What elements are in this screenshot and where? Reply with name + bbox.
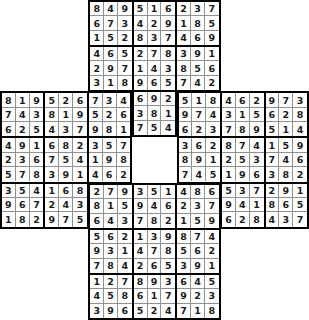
sudoku-cell: 6 xyxy=(191,244,205,258)
sudoku-cell: 3 xyxy=(279,212,293,226)
sudoku-box: 159746382 xyxy=(265,137,308,182)
sudoku-cell: 5 xyxy=(104,31,118,45)
sudoku-cell: 2 xyxy=(177,199,191,213)
sudoku-cell: 4 xyxy=(117,93,131,107)
sudoku-box: 849673152 xyxy=(89,1,132,46)
sudoku-cell: 6 xyxy=(293,153,307,167)
sudoku-cell: 7 xyxy=(90,259,104,273)
sudoku-cell: 4 xyxy=(148,61,162,75)
sudoku-cell: 3 xyxy=(134,185,148,199)
sudoku-cell: 9 xyxy=(134,76,148,90)
sudoku-cell: 1 xyxy=(134,61,148,75)
sudoku-cell: 8 xyxy=(206,93,220,107)
sudoku-cell: 8 xyxy=(90,2,104,16)
sudoku-cell: 9 xyxy=(192,153,206,167)
sudoku-cell: 2 xyxy=(134,47,148,61)
sudoku-box: 486237159 xyxy=(176,184,219,229)
sudoku-cell: 7 xyxy=(118,61,132,75)
sudoku-cell: 4 xyxy=(177,31,191,45)
sudoku-cell: 4 xyxy=(2,138,16,152)
sudoku-cell: 4 xyxy=(30,184,44,198)
sudoku-cell: 8 xyxy=(161,47,175,61)
sudoku-cell: 2 xyxy=(90,61,104,75)
sudoku-cell: 6 xyxy=(236,93,250,107)
sudoku-cell: 9 xyxy=(45,212,59,226)
sudoku-box: 391856742 xyxy=(176,46,219,91)
sudoku-cell: 7 xyxy=(161,31,175,45)
sudoku-cell: 2 xyxy=(250,93,264,107)
sudoku-cell: 1 xyxy=(236,108,250,122)
sudoku-cell: 7 xyxy=(118,275,132,289)
sudoku-cell: 2 xyxy=(2,153,16,167)
sudoku-cell: 8 xyxy=(266,198,280,212)
sudoku-cell: 3 xyxy=(30,108,44,122)
sudoku-cell: 5 xyxy=(16,184,30,198)
sudoku-cell: 6 xyxy=(161,2,175,16)
sudoku-cell: 8 xyxy=(205,304,219,318)
sudoku-cell: 5 xyxy=(118,199,132,213)
sudoku-cell: 3 xyxy=(118,16,132,30)
sudoku-cell: 5 xyxy=(134,304,148,318)
sudoku-cell: 2 xyxy=(117,167,131,181)
sudoku-cell: 7 xyxy=(148,244,162,258)
sudoku-cell: 3 xyxy=(59,122,73,136)
sudoku-cell: 9 xyxy=(104,304,118,318)
sudoku-cell: 3 xyxy=(148,31,162,45)
sudoku-cell: 1 xyxy=(16,93,30,107)
sudoku-cell: 7 xyxy=(161,289,175,303)
sudoku-cell: 6 xyxy=(192,138,206,152)
sudoku-box: 518974623 xyxy=(178,92,221,137)
sohei-sudoku-board: 8496731525164298372371854694652973182781… xyxy=(0,0,309,320)
sudoku-cell: 5 xyxy=(205,275,219,289)
sudoku-box: 351946782 xyxy=(133,184,176,229)
sudoku-cell: 1 xyxy=(104,199,118,213)
sudoku-cell: 1 xyxy=(161,106,175,120)
sudoku-cell: 9 xyxy=(179,108,193,122)
sudoku-cell: 2 xyxy=(279,108,293,122)
sudoku-cell: 6 xyxy=(134,92,148,106)
sudoku-cell: 6 xyxy=(16,198,30,212)
sudoku-cell: 3 xyxy=(103,93,117,107)
sudoku-cell: 5 xyxy=(191,61,205,75)
sudoku-cell: 9 xyxy=(118,185,132,199)
sudoku-cell: 4 xyxy=(104,2,118,16)
sudoku-cell: 5 xyxy=(222,184,236,198)
sudoku-cell: 5 xyxy=(45,93,59,107)
sudoku-cell: 9 xyxy=(134,199,148,213)
sudoku-cell: 6 xyxy=(279,198,293,212)
sudoku-cell: 7 xyxy=(104,16,118,30)
sudoku-cell: 5 xyxy=(161,259,175,273)
sudoku-box: 526819437 xyxy=(44,92,87,137)
sudoku-cell: 1 xyxy=(30,138,44,152)
sudoku-box: 237185469 xyxy=(176,1,219,46)
sudoku-box: 682754391 xyxy=(44,137,87,182)
sudoku-cell: 8 xyxy=(148,214,162,228)
sudoku-cell: 4 xyxy=(293,122,307,136)
sudoku-grid-bottom: 2798156433519467824862371595629317841394… xyxy=(88,183,220,320)
sudoku-cell: 3 xyxy=(134,106,148,120)
sudoku-cell: 6 xyxy=(222,212,236,226)
sudoku-cell: 5 xyxy=(148,121,162,135)
sudoku-cell: 3 xyxy=(16,153,30,167)
sudoku-cell: 9 xyxy=(222,198,236,212)
sudoku-cell: 5 xyxy=(103,138,117,152)
sudoku-cell: 8 xyxy=(90,199,104,213)
sudoku-cell: 3 xyxy=(148,230,162,244)
sudoku-cell: 7 xyxy=(89,93,103,107)
sudoku-cell: 4 xyxy=(134,16,148,30)
sudoku-cell: 1 xyxy=(118,244,132,258)
sudoku-cell: 5 xyxy=(250,108,264,122)
sudoku-cell: 8 xyxy=(45,108,59,122)
sudoku-cell: 2 xyxy=(266,184,280,198)
sudoku-cell: 7 xyxy=(293,212,307,226)
sudoku-cell: 2 xyxy=(148,16,162,30)
sudoku-cell: 3 xyxy=(177,259,191,273)
sudoku-cell: 7 xyxy=(16,167,30,181)
sudoku-cell: 3 xyxy=(89,138,103,152)
sudoku-cell: 5 xyxy=(236,153,250,167)
sudoku-cell: 9 xyxy=(118,2,132,16)
sudoku-cell: 4 xyxy=(177,185,191,199)
sudoku-cell: 8 xyxy=(104,259,118,273)
sudoku-cell: 4 xyxy=(250,138,264,152)
sudoku-cell: 8 xyxy=(148,106,162,120)
sudoku-cell: 5 xyxy=(191,214,205,228)
sudoku-cell: 7 xyxy=(73,122,87,136)
sudoku-cell: 4 xyxy=(266,212,280,226)
sudoku-cell: 5 xyxy=(73,212,87,226)
sudoku-cell: 6 xyxy=(161,199,175,213)
sudoku-cell: 1 xyxy=(90,275,104,289)
sudoku-cell: 4 xyxy=(73,153,87,167)
sudoku-cell: 8 xyxy=(73,184,87,198)
sudoku-cell: 5 xyxy=(2,167,16,181)
sudoku-box: 734526981 xyxy=(88,92,131,137)
sudoku-cell: 6 xyxy=(45,138,59,152)
sudoku-cell: 8 xyxy=(161,244,175,258)
sudoku-cell: 1 xyxy=(266,138,280,152)
sudoku-cell: 1 xyxy=(205,259,219,273)
sudoku-cell: 7 xyxy=(250,184,264,198)
sudoku-cell: 5 xyxy=(118,47,132,61)
sudoku-cell: 8 xyxy=(118,289,132,303)
sudoku-cell: 1 xyxy=(117,122,131,136)
sudoku-box: 278143965 xyxy=(133,46,176,91)
sudoku-cell: 3 xyxy=(179,138,193,152)
sudoku-cell: 9 xyxy=(191,47,205,61)
sudoku-box: 973628514 xyxy=(265,92,308,137)
sudoku-cell: 3 xyxy=(118,214,132,228)
sudoku-cell: 7 xyxy=(191,230,205,244)
sudoku-cell: 8 xyxy=(103,122,117,136)
sudoku-cell: 9 xyxy=(205,31,219,45)
sudoku-cell: 2 xyxy=(118,31,132,45)
sudoku-cell: 9 xyxy=(30,93,44,107)
sudoku-cell: 9 xyxy=(161,16,175,30)
sudoku-cell: 2 xyxy=(134,259,148,273)
sudoku-cell: 9 xyxy=(279,184,293,198)
sudoku-cell: 3 xyxy=(161,275,175,289)
sudoku-box: 357198462 xyxy=(88,137,131,182)
sudoku-cell: 5 xyxy=(279,138,293,152)
sudoku-cell: 2 xyxy=(236,212,250,226)
sudoku-box: 291865437 xyxy=(265,183,308,228)
sudoku-cell: 4 xyxy=(161,304,175,318)
sudoku-cell: 5 xyxy=(179,93,193,107)
sudoku-cell: 6 xyxy=(266,108,280,122)
sudoku-cell: 2 xyxy=(161,92,175,106)
sudoku-cell: 9 xyxy=(205,214,219,228)
sudoku-cell: 4 xyxy=(222,93,236,107)
sudoku-cell: 2 xyxy=(73,138,87,152)
sudoku-cell: 9 xyxy=(250,122,264,136)
sudoku-cell: 6 xyxy=(148,259,162,273)
sudoku-cell: 8 xyxy=(179,153,193,167)
sudoku-cell: 4 xyxy=(191,275,205,289)
sudoku-cell: 9 xyxy=(236,167,250,181)
sudoku-cell: 3 xyxy=(266,167,280,181)
sudoku-cell: 6 xyxy=(177,275,191,289)
sudoku-box: 874562391 xyxy=(176,229,219,274)
sudoku-cell: 9 xyxy=(2,198,16,212)
sudoku-box: 354967182 xyxy=(1,183,44,228)
sudoku-cell: 7 xyxy=(266,153,280,167)
sudoku-cell: 1 xyxy=(90,31,104,45)
sudoku-cell: 4 xyxy=(90,289,104,303)
sudoku-cell: 4 xyxy=(279,153,293,167)
sudoku-cell: 3 xyxy=(222,108,236,122)
sudoku-cell: 5 xyxy=(104,289,118,303)
sudoku-cell: 4 xyxy=(134,244,148,258)
sudoku-cell: 8 xyxy=(134,275,148,289)
sudoku-cell: 2 xyxy=(191,289,205,303)
sudoku-cell: 4 xyxy=(205,230,219,244)
sudoku-cell: 8 xyxy=(222,138,236,152)
sudoku-cell: 7 xyxy=(236,138,250,152)
sudoku-cell: 8 xyxy=(236,122,250,136)
sudoku-cell: 3 xyxy=(104,244,118,258)
sudoku-box: 562931784 xyxy=(89,229,132,274)
sudoku-cell: 8 xyxy=(191,16,205,30)
sudoku-cell: 9 xyxy=(59,167,73,181)
sudoku-cell: 8 xyxy=(293,108,307,122)
sudoku-cell: 6 xyxy=(205,61,219,75)
sudoku-cell: 6 xyxy=(191,31,205,45)
sudoku-cell: 1 xyxy=(293,184,307,198)
sudoku-cell: 9 xyxy=(90,244,104,258)
sudoku-cell: 9 xyxy=(104,61,118,75)
sudoku-box: 462315789 xyxy=(221,92,264,137)
sudoku-cell: 1 xyxy=(148,289,162,303)
sudoku-cell: 5 xyxy=(161,76,175,90)
sudoku-cell: 8 xyxy=(177,61,191,75)
sudoku-cell: 7 xyxy=(148,47,162,61)
sudoku-cell: 8 xyxy=(2,93,16,107)
sudoku-cell: 8 xyxy=(191,185,205,199)
sudoku-cell: 6 xyxy=(30,153,44,167)
sudoku-cell: 1 xyxy=(104,76,118,90)
sudoku-cell: 9 xyxy=(177,289,191,303)
sudoku-cell: 6 xyxy=(104,47,118,61)
sudoku-box: 819743625 xyxy=(1,92,44,137)
sudoku-cell: 2 xyxy=(45,198,59,212)
sudoku-cell: 7 xyxy=(205,2,219,16)
sudoku-cell: 1 xyxy=(59,108,73,122)
sudoku-box: 893617524 xyxy=(133,274,176,319)
sudoku-cell: 7 xyxy=(45,153,59,167)
sudoku-cell: 6 xyxy=(250,167,264,181)
sudoku-cell: 1 xyxy=(205,47,219,61)
sudoku-cell: 2 xyxy=(103,108,117,122)
sudoku-cell: 6 xyxy=(179,122,193,136)
sudoku-cell: 1 xyxy=(192,93,206,107)
sudoku-cell: 9 xyxy=(266,93,280,107)
sudoku-cell: 3 xyxy=(177,47,191,61)
sudoku-cell: 9 xyxy=(191,259,205,273)
sudoku-cell: 4 xyxy=(148,199,162,213)
sudoku-box: 874253196 xyxy=(221,137,264,182)
sudoku-cell: 3 xyxy=(45,167,59,181)
sudoku-cell: 2 xyxy=(148,304,162,318)
sudoku-cell: 4 xyxy=(59,198,73,212)
sudoku-cell: 9 xyxy=(148,275,162,289)
sudoku-cell: 1 xyxy=(177,16,191,30)
sudoku-cell: 6 xyxy=(118,304,132,318)
sudoku-cell: 3 xyxy=(250,153,264,167)
sudoku-cell: 2 xyxy=(90,185,104,199)
sudoku-cell: 6 xyxy=(59,184,73,198)
sudoku-cell: 7 xyxy=(59,212,73,226)
sudoku-box: 279815643 xyxy=(89,184,132,229)
sudoku-cell: 7 xyxy=(177,76,191,90)
sudoku-cell: 2 xyxy=(161,214,175,228)
sudoku-cell: 2 xyxy=(192,122,206,136)
sudoku-cell: 8 xyxy=(59,138,73,152)
sudoku-cell: 3 xyxy=(2,184,16,198)
sudoku-cell: 3 xyxy=(206,122,220,136)
sudoku-cell: 7 xyxy=(222,122,236,136)
sudoku-cell: 3 xyxy=(191,2,205,16)
sudoku-cell: 5 xyxy=(177,244,191,258)
sudoku-cell: 2 xyxy=(205,244,219,258)
sudoku-cell: 9 xyxy=(148,92,162,106)
sudoku-cell: 1 xyxy=(161,185,175,199)
sudoku-cell: 5 xyxy=(89,108,103,122)
sudoku-cell: 4 xyxy=(161,121,175,135)
sudoku-cell: 5 xyxy=(206,167,220,181)
sudoku-cell: 4 xyxy=(45,122,59,136)
sudoku-cell: 4 xyxy=(16,108,30,122)
sudoku-cell: 1 xyxy=(2,212,16,226)
sudoku-cell: 8 xyxy=(177,230,191,244)
sudoku-cell: 9 xyxy=(161,230,175,244)
sudoku-cell: 7 xyxy=(134,214,148,228)
sudoku-cell: 3 xyxy=(191,199,205,213)
sudoku-cell: 2 xyxy=(16,122,30,136)
sudoku-cell: 2 xyxy=(206,138,220,152)
sudoku-cell: 1 xyxy=(73,167,87,181)
sudoku-cell: 2 xyxy=(205,76,219,90)
sudoku-box: 645923718 xyxy=(176,274,219,319)
sudoku-cell: 8 xyxy=(118,76,132,90)
sudoku-cell: 4 xyxy=(90,47,104,61)
sudoku-cell: 5 xyxy=(148,185,162,199)
sudoku-cell: 5 xyxy=(134,2,148,16)
sudoku-box: 516429837 xyxy=(133,1,176,46)
sudoku-cell: 4 xyxy=(236,198,250,212)
sudoku-cell: 6 xyxy=(90,214,104,228)
sudoku-cell: 4 xyxy=(104,214,118,228)
sudoku-cell: 1 xyxy=(191,304,205,318)
sudoku-cell: 2 xyxy=(118,230,132,244)
sudoku-cell: 3 xyxy=(73,198,87,212)
sudoku-cell: 2 xyxy=(222,153,236,167)
sudoku-box: 692381754 xyxy=(133,91,176,136)
sudoku-cell: 5 xyxy=(266,122,280,136)
sudoku-cell: 7 xyxy=(134,121,148,135)
sudoku-cell: 4 xyxy=(191,76,205,90)
sudoku-box: 139478265 xyxy=(133,229,176,274)
sudoku-box: 465297318 xyxy=(89,46,132,91)
sudoku-cell: 5 xyxy=(59,153,73,167)
sudoku-cell: 1 xyxy=(89,153,103,167)
sudoku-cell: 1 xyxy=(250,198,264,212)
sudoku-cell: 8 xyxy=(134,31,148,45)
sudoku-cell: 6 xyxy=(148,76,162,90)
sudoku-cell: 6 xyxy=(205,185,219,199)
sudoku-cell: 6 xyxy=(90,16,104,30)
sudoku-box: 491236578 xyxy=(1,137,44,182)
sudoku-box: 127458396 xyxy=(89,274,132,319)
sudoku-cell: 8 xyxy=(16,212,30,226)
sudoku-cell: 8 xyxy=(30,167,44,181)
sudoku-cell: 6 xyxy=(134,289,148,303)
sudoku-cell: 2 xyxy=(293,167,307,181)
sudoku-cell: 7 xyxy=(177,304,191,318)
sudoku-cell: 2 xyxy=(177,2,191,16)
sudoku-cell: 7 xyxy=(117,138,131,152)
sudoku-cell: 7 xyxy=(192,108,206,122)
sudoku-cell: 3 xyxy=(205,289,219,303)
sudoku-cell: 2 xyxy=(59,93,73,107)
sudoku-cell: 1 xyxy=(134,230,148,244)
sudoku-cell: 6 xyxy=(2,122,16,136)
sudoku-cell: 8 xyxy=(250,212,264,226)
sudoku-cell: 9 xyxy=(293,138,307,152)
sudoku-cell: 7 xyxy=(2,108,16,122)
sudoku-cell: 6 xyxy=(103,167,117,181)
sudoku-cell: 9 xyxy=(16,138,30,152)
sudoku-cell: 1 xyxy=(148,2,162,16)
sudoku-cell: 3 xyxy=(236,184,250,198)
sudoku-cell: 3 xyxy=(90,304,104,318)
sudoku-cell: 6 xyxy=(117,108,131,122)
sudoku-box: 168243975 xyxy=(44,183,87,228)
sudoku-cell: 1 xyxy=(177,214,191,228)
sudoku-cell: 5 xyxy=(30,122,44,136)
sudoku-cell: 9 xyxy=(73,108,87,122)
sudoku-cell: 8 xyxy=(117,153,131,167)
sudoku-cell: 5 xyxy=(205,16,219,30)
sudoku-cell: 4 xyxy=(89,167,103,181)
sudoku-cell: 9 xyxy=(89,122,103,136)
sudoku-cell: 2 xyxy=(104,275,118,289)
sudoku-cell: 5 xyxy=(293,198,307,212)
sudoku-cell: 5 xyxy=(90,230,104,244)
